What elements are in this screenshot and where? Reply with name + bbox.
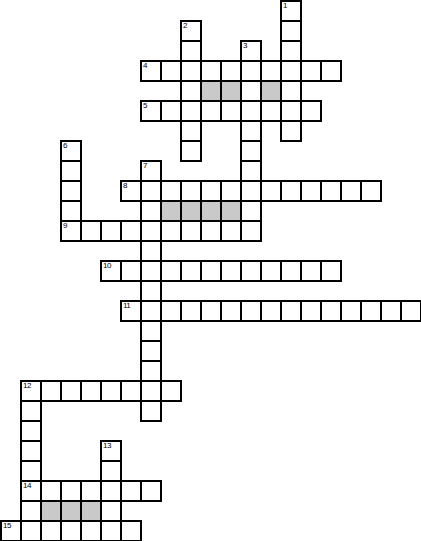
crossword-cell[interactable]	[60, 180, 82, 202]
crossword-cell[interactable]	[240, 200, 262, 222]
crossword-cell[interactable]	[160, 380, 182, 402]
crossword-cell[interactable]	[300, 60, 322, 82]
clue-number-8: 8	[123, 182, 127, 190]
crossword-cell[interactable]	[20, 460, 42, 482]
crossword-cell[interactable]	[260, 180, 282, 202]
crossword-cell[interactable]	[300, 180, 322, 202]
crossword-cell[interactable]	[240, 260, 262, 282]
clue-number-5: 5	[143, 102, 147, 110]
crossword-cell[interactable]	[300, 260, 322, 282]
clue-number-4: 4	[143, 62, 147, 70]
crossword-cell[interactable]	[120, 480, 142, 502]
clue-number-12: 12	[23, 382, 31, 390]
crossword-cell[interactable]	[300, 300, 322, 322]
crossword-cell[interactable]	[180, 260, 202, 282]
crossword-cell[interactable]	[180, 220, 202, 242]
crossword-cell[interactable]	[40, 520, 62, 541]
crossword-cell[interactable]	[380, 300, 402, 322]
crossword-cell[interactable]	[20, 500, 42, 522]
crossword-cell[interactable]	[160, 300, 182, 322]
crossword-cell[interactable]	[200, 260, 222, 282]
crossword-cell[interactable]	[80, 220, 102, 242]
crossword-cell[interactable]	[80, 380, 102, 402]
clue-number-10: 10	[103, 262, 111, 270]
crossword-cell[interactable]	[180, 180, 202, 202]
crossword-cell[interactable]	[200, 60, 222, 82]
crossword-cell[interactable]	[280, 100, 302, 122]
crossword-cell[interactable]	[280, 40, 302, 62]
crossword-cell[interactable]	[240, 180, 262, 202]
crossword-cell[interactable]	[120, 220, 142, 242]
crossword-cell[interactable]	[220, 220, 242, 242]
crossword-cell[interactable]	[280, 260, 302, 282]
crossword-cell[interactable]	[140, 340, 162, 362]
crossword-cell[interactable]	[20, 520, 42, 541]
crossword-cell[interactable]	[240, 80, 262, 102]
crossword-cell[interactable]	[60, 160, 82, 182]
crossword-cell[interactable]	[200, 220, 222, 242]
crossword-cell[interactable]	[120, 520, 142, 541]
crossword-cell[interactable]	[180, 140, 202, 162]
crossword-cell[interactable]	[20, 440, 42, 462]
crossword-cell[interactable]	[60, 520, 82, 541]
crossword-cell[interactable]	[160, 100, 182, 122]
crossword-cell-shaded[interactable]	[200, 80, 222, 102]
crossword-cell-shaded[interactable]	[80, 500, 102, 522]
crossword-cell[interactable]	[160, 260, 182, 282]
crossword-cell[interactable]	[320, 60, 342, 82]
crossword-cell[interactable]	[180, 120, 202, 142]
crossword-cell[interactable]	[320, 260, 342, 282]
crossword-cell[interactable]	[400, 300, 421, 322]
clue-number-7: 7	[143, 162, 147, 170]
crossword-cell[interactable]	[180, 60, 202, 82]
clue-number-11: 11	[123, 302, 130, 310]
crossword-cell[interactable]	[200, 100, 222, 122]
crossword-cell[interactable]	[140, 180, 162, 202]
crossword-cell[interactable]	[280, 300, 302, 322]
crossword-cell[interactable]	[160, 220, 182, 242]
clue-number-13: 13	[103, 442, 111, 450]
crossword-cell[interactable]	[40, 480, 62, 502]
crossword-cell[interactable]	[280, 60, 302, 82]
crossword-cell[interactable]	[100, 380, 122, 402]
crossword-cell[interactable]	[140, 480, 162, 502]
crossword-cell[interactable]	[240, 220, 262, 242]
crossword-cell-shaded[interactable]	[40, 500, 62, 522]
crossword-cell[interactable]	[140, 320, 162, 342]
crossword-cell[interactable]	[140, 400, 162, 422]
crossword-cell[interactable]	[320, 300, 342, 322]
crossword-cell[interactable]	[20, 420, 42, 442]
crossword-cell[interactable]	[280, 180, 302, 202]
crossword-cell[interactable]	[280, 20, 302, 42]
crossword-cell[interactable]	[220, 60, 242, 82]
crossword-cell[interactable]	[240, 100, 262, 122]
clue-number-15: 15	[3, 522, 11, 530]
crossword-cell-shaded[interactable]	[220, 80, 242, 102]
crossword-cell[interactable]	[360, 300, 382, 322]
crossword-cell[interactable]	[100, 500, 122, 522]
crossword-board: 123456789101112131415	[0, 0, 421, 541]
crossword-cell[interactable]	[100, 480, 122, 502]
crossword-cell-shaded[interactable]	[160, 200, 182, 222]
crossword-cell[interactable]	[340, 300, 362, 322]
crossword-cell[interactable]	[180, 40, 202, 62]
crossword-cell[interactable]	[100, 520, 122, 541]
crossword-cell[interactable]	[60, 380, 82, 402]
crossword-cell-shaded[interactable]	[180, 200, 202, 222]
crossword-cell-shaded[interactable]	[260, 80, 282, 102]
clue-number-6: 6	[63, 142, 67, 150]
crossword-cell[interactable]	[180, 300, 202, 322]
crossword-cell[interactable]	[20, 400, 42, 422]
crossword-cell[interactable]	[120, 380, 142, 402]
clue-number-14: 14	[23, 482, 31, 490]
clue-number-1: 1	[283, 2, 287, 10]
crossword-cell[interactable]	[240, 300, 262, 322]
crossword-cell[interactable]	[80, 520, 102, 541]
crossword-cell[interactable]	[160, 60, 182, 82]
crossword-cell[interactable]	[140, 200, 162, 222]
crossword-cell[interactable]	[60, 200, 82, 222]
crossword-cell[interactable]	[220, 100, 242, 122]
crossword-cell[interactable]	[140, 220, 162, 242]
crossword-cell[interactable]	[240, 60, 262, 82]
crossword-cell[interactable]	[140, 260, 162, 282]
crossword-cell[interactable]	[140, 240, 162, 262]
crossword-cell-shaded[interactable]	[60, 500, 82, 522]
crossword-cell[interactable]	[260, 260, 282, 282]
crossword-cell[interactable]	[240, 120, 262, 142]
crossword-cell[interactable]	[140, 300, 162, 322]
crossword-cell[interactable]	[260, 300, 282, 322]
crossword-cell-shaded[interactable]	[200, 200, 222, 222]
crossword-cell[interactable]	[220, 300, 242, 322]
crossword-cell[interactable]	[280, 80, 302, 102]
crossword-cell[interactable]	[320, 180, 342, 202]
crossword-cell[interactable]	[180, 100, 202, 122]
crossword-cell[interactable]	[340, 180, 362, 202]
crossword-cell[interactable]	[100, 460, 122, 482]
clue-number-9: 9	[63, 222, 67, 230]
crossword-cell[interactable]	[180, 80, 202, 102]
crossword-cell[interactable]	[260, 60, 282, 82]
crossword-cell[interactable]	[360, 180, 382, 202]
crossword-cell[interactable]	[280, 120, 302, 142]
crossword-cell[interactable]	[240, 160, 262, 182]
crossword-cell[interactable]	[60, 480, 82, 502]
crossword-cell[interactable]	[140, 360, 162, 382]
crossword-cell[interactable]	[300, 100, 322, 122]
crossword-cell[interactable]	[100, 220, 122, 242]
crossword-cell[interactable]	[80, 480, 102, 502]
crossword-cell[interactable]	[40, 380, 62, 402]
crossword-cell-shaded[interactable]	[220, 200, 242, 222]
crossword-cell[interactable]	[260, 100, 282, 122]
crossword-cell[interactable]	[220, 260, 242, 282]
clue-number-2: 2	[183, 22, 187, 30]
crossword-cell[interactable]	[200, 180, 222, 202]
crossword-cell[interactable]	[160, 180, 182, 202]
crossword-cell[interactable]	[120, 260, 142, 282]
clue-number-3: 3	[243, 42, 247, 50]
crossword-cell[interactable]	[140, 380, 162, 402]
crossword-cell[interactable]	[240, 140, 262, 162]
crossword-cell[interactable]	[140, 280, 162, 302]
crossword-cell[interactable]	[220, 180, 242, 202]
crossword-cell[interactable]	[200, 300, 222, 322]
